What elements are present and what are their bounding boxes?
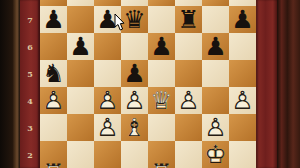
square-f6[interactable] xyxy=(175,33,202,60)
square-d5[interactable]: ♟ xyxy=(121,60,148,87)
white-piece: ♚♔ xyxy=(202,141,229,168)
piece-glyph: ♙ xyxy=(94,87,121,114)
piece-glyph: ♟ xyxy=(229,6,256,33)
white-piece: ♛♕ xyxy=(148,87,175,114)
piece-fill: ♟ xyxy=(229,87,256,114)
square-d2[interactable] xyxy=(121,141,148,168)
square-c5[interactable] xyxy=(94,60,121,87)
square-g3[interactable]: ♟♙ xyxy=(202,114,229,141)
square-e5[interactable] xyxy=(148,60,175,87)
black-piece: ♞ xyxy=(40,60,67,87)
square-h3[interactable] xyxy=(229,114,256,141)
rank-label-3: 3 xyxy=(20,114,40,141)
piece-fill: ♝ xyxy=(121,114,148,141)
white-piece: ♟♙ xyxy=(94,114,121,141)
piece-glyph: ♟ xyxy=(121,60,148,87)
piece-glyph: ♟ xyxy=(40,6,67,33)
piece-glyph: ♟ xyxy=(148,33,175,60)
square-d3[interactable]: ♝♗ xyxy=(121,114,148,141)
table-wood-left xyxy=(0,0,20,168)
piece-glyph: ♜ xyxy=(175,6,202,33)
white-piece: ♟♙ xyxy=(40,87,67,114)
square-g4[interactable] xyxy=(202,87,229,114)
piece-glyph: ♙ xyxy=(40,87,67,114)
piece-fill: ♟ xyxy=(175,87,202,114)
square-a1[interactable]: ♜♖ xyxy=(40,160,67,168)
square-a5[interactable]: ♞ xyxy=(40,60,67,87)
square-e6[interactable]: ♟ xyxy=(148,33,175,60)
white-piece: ♜♖ xyxy=(40,160,67,168)
table-wood-right xyxy=(277,0,300,168)
square-a3[interactable] xyxy=(40,114,67,141)
rank-label-2: 2 xyxy=(20,141,40,168)
square-h2[interactable] xyxy=(229,141,256,168)
square-a6[interactable] xyxy=(40,33,67,60)
black-piece: ♟ xyxy=(202,33,229,60)
square-g5[interactable] xyxy=(202,60,229,87)
piece-glyph: ♞ xyxy=(40,60,67,87)
chess-board: ♟♟♛♜♟♟♟♟♞♟♟♙♟♙♟♙♛♕♟♙♟♙♟♙♝♗♟♙♚♔♜♖♜♖ xyxy=(40,0,256,168)
piece-glyph: ♗ xyxy=(121,114,148,141)
square-c2[interactable] xyxy=(94,141,121,168)
piece-glyph: ♙ xyxy=(202,114,229,141)
square-h6[interactable] xyxy=(229,33,256,60)
piece-fill: ♚ xyxy=(202,141,229,168)
square-f3[interactable] xyxy=(175,114,202,141)
piece-glyph: ♔ xyxy=(202,141,229,168)
square-g2[interactable]: ♚♔ xyxy=(202,141,229,168)
square-b4[interactable] xyxy=(67,87,94,114)
rank-label-4: 4 xyxy=(20,87,40,114)
square-c4[interactable]: ♟♙ xyxy=(94,87,121,114)
square-d4[interactable]: ♟♙ xyxy=(121,87,148,114)
square-b2[interactable] xyxy=(67,141,94,168)
square-e3[interactable] xyxy=(148,114,175,141)
piece-fill: ♟ xyxy=(94,114,121,141)
black-piece: ♜ xyxy=(175,6,202,33)
square-a7[interactable]: ♟ xyxy=(40,6,67,33)
square-b7[interactable] xyxy=(67,6,94,33)
piece-fill: ♜ xyxy=(148,160,175,168)
square-c6[interactable] xyxy=(94,33,121,60)
square-f2[interactable] xyxy=(175,141,202,168)
white-piece: ♟♙ xyxy=(202,114,229,141)
square-e7[interactable] xyxy=(148,6,175,33)
piece-fill: ♟ xyxy=(94,87,121,114)
board-frame-right xyxy=(256,0,277,168)
white-piece: ♟♙ xyxy=(94,87,121,114)
black-piece: ♟ xyxy=(40,6,67,33)
white-piece: ♟♙ xyxy=(229,87,256,114)
piece-glyph: ♖ xyxy=(40,160,67,168)
rank-label-6: 6 xyxy=(20,33,40,60)
square-e4[interactable]: ♛♕ xyxy=(148,87,175,114)
black-piece: ♟ xyxy=(148,33,175,60)
white-piece: ♟♙ xyxy=(175,87,202,114)
mouse-cursor-icon xyxy=(114,14,127,32)
rank-labels: 765432 xyxy=(20,6,40,168)
square-b6[interactable]: ♟ xyxy=(67,33,94,60)
piece-fill: ♟ xyxy=(202,114,229,141)
piece-fill: ♟ xyxy=(121,87,148,114)
square-g6[interactable]: ♟ xyxy=(202,33,229,60)
piece-glyph: ♟ xyxy=(67,33,94,60)
chess-app-screen: ♟♟♛♜♟♟♟♟♞♟♟♙♟♙♟♙♛♕♟♙♟♙♟♙♝♗♟♙♚♔♜♖♜♖ 76543… xyxy=(0,0,300,168)
piece-fill: ♟ xyxy=(40,87,67,114)
white-piece: ♝♗ xyxy=(121,114,148,141)
black-piece: ♟ xyxy=(121,60,148,87)
black-piece: ♟ xyxy=(67,33,94,60)
white-piece: ♟♙ xyxy=(121,87,148,114)
square-b5[interactable] xyxy=(67,60,94,87)
square-d6[interactable] xyxy=(121,33,148,60)
square-h5[interactable] xyxy=(229,60,256,87)
square-f4[interactable]: ♟♙ xyxy=(175,87,202,114)
square-h7[interactable]: ♟ xyxy=(229,6,256,33)
piece-glyph: ♙ xyxy=(175,87,202,114)
piece-fill: ♛ xyxy=(148,87,175,114)
piece-glyph: ♙ xyxy=(229,87,256,114)
white-piece: ♜♖ xyxy=(148,160,175,168)
square-h4[interactable]: ♟♙ xyxy=(229,87,256,114)
black-piece: ♟ xyxy=(229,6,256,33)
square-f7[interactable]: ♜ xyxy=(175,6,202,33)
piece-fill: ♜ xyxy=(40,160,67,168)
rank-label-5: 5 xyxy=(20,60,40,87)
piece-glyph: ♕ xyxy=(148,87,175,114)
piece-glyph: ♟ xyxy=(202,33,229,60)
piece-glyph: ♙ xyxy=(94,114,121,141)
square-f5[interactable] xyxy=(175,60,202,87)
square-c3[interactable]: ♟♙ xyxy=(94,114,121,141)
piece-glyph: ♖ xyxy=(148,160,175,168)
square-a4[interactable]: ♟♙ xyxy=(40,87,67,114)
square-b3[interactable] xyxy=(67,114,94,141)
square-e1[interactable]: ♜♖ xyxy=(148,160,175,168)
rank-label-7: 7 xyxy=(20,6,40,33)
piece-glyph: ♙ xyxy=(121,87,148,114)
square-g7[interactable] xyxy=(202,6,229,33)
